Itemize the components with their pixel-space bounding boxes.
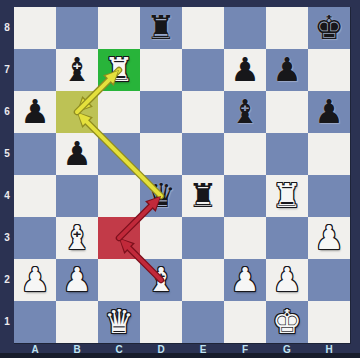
white-pawn-a2: ♟ [14,259,56,301]
square-h3[interactable]: ♟ [308,217,350,259]
square-e2[interactable] [182,259,224,301]
square-b8[interactable] [56,7,98,49]
square-f8[interactable] [224,7,266,49]
square-a4[interactable] [14,175,56,217]
square-a8[interactable] [14,7,56,49]
square-c7-green-highlight[interactable]: ♜ [98,49,140,91]
rank-label-8: 8 [0,7,14,49]
square-c1[interactable]: ♛ [98,301,140,343]
square-h1[interactable] [308,301,350,343]
square-d6[interactable] [140,91,182,133]
square-b1[interactable] [56,301,98,343]
square-b4[interactable] [56,175,98,217]
square-a2[interactable]: ♟ [14,259,56,301]
square-g1[interactable]: ♚ [266,301,308,343]
rank-label-1: 1 [0,301,14,343]
square-f1[interactable] [224,301,266,343]
white-queen-c1: ♛ [98,301,140,343]
square-b3[interactable]: ♝ [56,217,98,259]
square-d5[interactable] [140,133,182,175]
square-e1[interactable] [182,301,224,343]
square-h5[interactable] [308,133,350,175]
square-e6[interactable] [182,91,224,133]
square-g8[interactable] [266,7,308,49]
square-h6[interactable]: ♟ [308,91,350,133]
white-bishop-d2: ♝ [140,259,182,301]
square-c2[interactable] [98,259,140,301]
square-a1[interactable] [14,301,56,343]
square-f6[interactable]: ♝ [224,91,266,133]
rank-label-2: 2 [0,259,14,301]
square-c5[interactable] [98,133,140,175]
black-bishop-f6: ♝ [224,91,266,133]
square-d1[interactable] [140,301,182,343]
rank-label-6: 6 [0,91,14,133]
white-rook-c7: ♜ [98,49,140,91]
black-rook-e4: ♜ [182,175,224,217]
frame-bottom-edge [0,353,360,358]
square-a7[interactable] [14,49,56,91]
square-d4[interactable]: ♛ [140,175,182,217]
rank-label-3: 3 [0,217,14,259]
square-f4[interactable] [224,175,266,217]
square-e4[interactable]: ♜ [182,175,224,217]
white-pawn-h3: ♟ [308,217,350,259]
rank-label-5: 5 [0,133,14,175]
square-a5[interactable] [14,133,56,175]
black-king-h8: ♚ [308,7,350,49]
white-pawn-g2: ♟ [266,259,308,301]
square-f7[interactable]: ♟ [224,49,266,91]
rank-label-4: 4 [0,175,14,217]
black-bishop-b7: ♝ [56,49,98,91]
square-h8[interactable]: ♚ [308,7,350,49]
square-g5[interactable] [266,133,308,175]
chess-board[interactable]: ♜♚♝♜♟♟♟♝♟♟♛♜♜♝♟♟♟♝♟♟♛♚ [14,7,351,344]
white-king-g1: ♚ [266,301,308,343]
white-bishop-b3: ♝ [56,217,98,259]
white-rook-g4: ♜ [266,175,308,217]
white-pawn-b2: ♟ [56,259,98,301]
square-b5[interactable]: ♟ [56,133,98,175]
square-b6-yellow-highlight[interactable] [56,91,98,133]
black-pawn-a6: ♟ [14,91,56,133]
black-queen-d4: ♛ [140,175,182,217]
chess-board-frame: 87654321 ♜♚♝♜♟♟♟♝♟♟♛♜♜♝♟♟♟♝♟♟♛♚ ABCDEFGH [0,0,360,358]
square-a6[interactable]: ♟ [14,91,56,133]
square-h4[interactable] [308,175,350,217]
square-h7[interactable] [308,49,350,91]
square-c6[interactable] [98,91,140,133]
square-c4[interactable] [98,175,140,217]
black-pawn-b5: ♟ [56,133,98,175]
square-h2[interactable] [308,259,350,301]
rank-label-7: 7 [0,49,14,91]
square-b2[interactable]: ♟ [56,259,98,301]
square-a3[interactable] [14,217,56,259]
black-pawn-f7: ♟ [224,49,266,91]
square-d3[interactable] [140,217,182,259]
square-g6[interactable] [266,91,308,133]
square-e7[interactable] [182,49,224,91]
square-f5[interactable] [224,133,266,175]
square-d8[interactable]: ♜ [140,7,182,49]
square-g2[interactable]: ♟ [266,259,308,301]
black-pawn-g7: ♟ [266,49,308,91]
black-pawn-h6: ♟ [308,91,350,133]
square-d2[interactable]: ♝ [140,259,182,301]
rank-labels: 87654321 [0,7,14,343]
black-rook-d8: ♜ [140,7,182,49]
square-g3[interactable] [266,217,308,259]
square-e8[interactable] [182,7,224,49]
square-c8[interactable] [98,7,140,49]
square-g7[interactable]: ♟ [266,49,308,91]
square-b7[interactable]: ♝ [56,49,98,91]
square-e5[interactable] [182,133,224,175]
square-f3[interactable] [224,217,266,259]
white-pawn-f2: ♟ [224,259,266,301]
square-g4[interactable]: ♜ [266,175,308,217]
square-d7[interactable] [140,49,182,91]
square-f2[interactable]: ♟ [224,259,266,301]
square-c3-red-highlight[interactable] [98,217,140,259]
square-e3[interactable] [182,217,224,259]
